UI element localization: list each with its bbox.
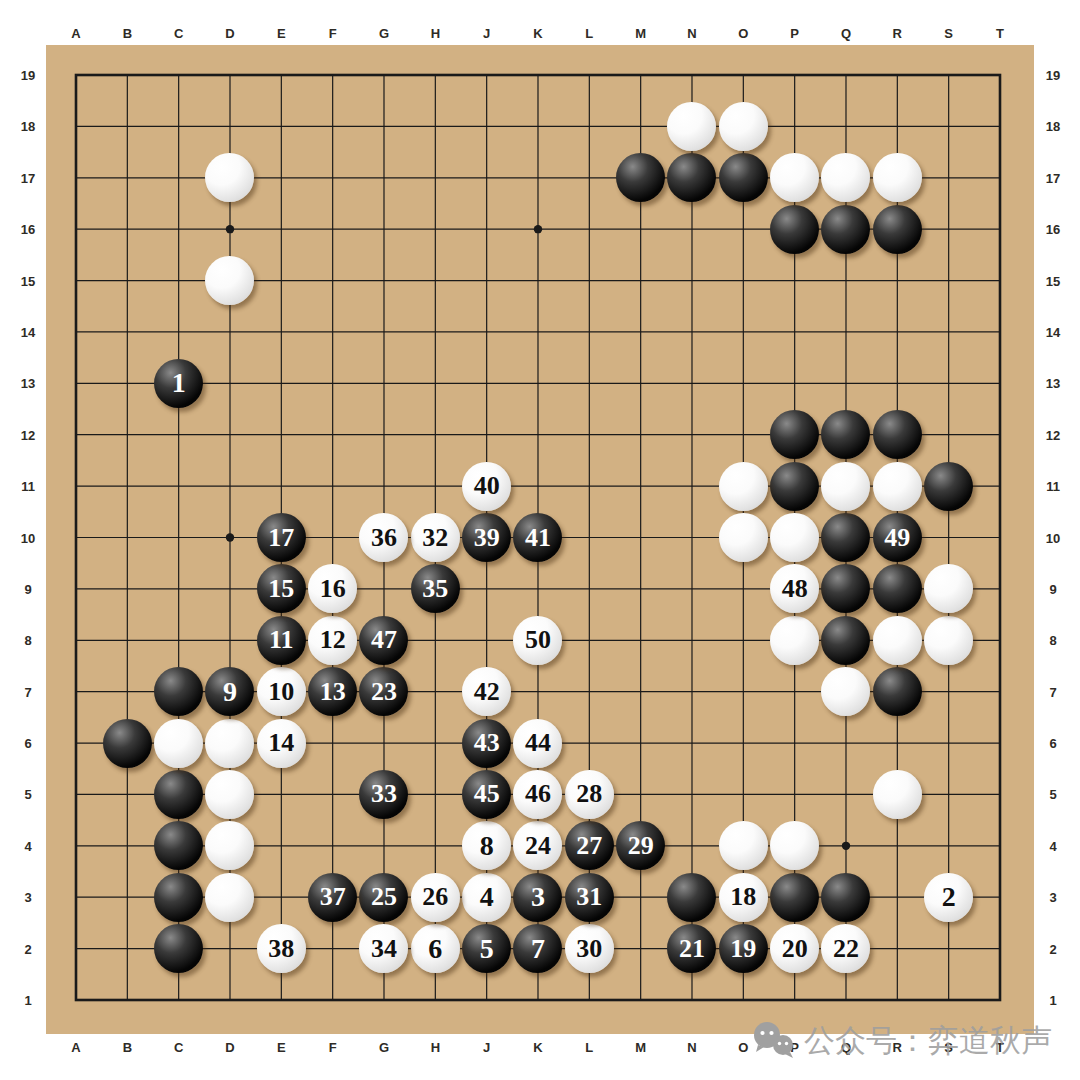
stone-J5-move-45: 45 <box>462 770 511 819</box>
col-label-top-N: N <box>687 26 696 41</box>
stone-C7 <box>154 667 203 716</box>
row-label-right-18: 18 <box>1046 119 1060 134</box>
col-label-bottom-C: C <box>174 1040 183 1055</box>
col-label-bottom-G: G <box>379 1040 389 1055</box>
move-number: 4 <box>480 883 494 911</box>
move-number: 42 <box>474 679 500 705</box>
stone-N18 <box>667 102 716 151</box>
stone-C5 <box>154 770 203 819</box>
col-label-top-B: B <box>123 26 132 41</box>
move-number: 24 <box>525 833 551 859</box>
move-number: 43 <box>474 730 500 756</box>
move-number: 16 <box>320 576 346 602</box>
stone-P11 <box>770 462 819 511</box>
move-number: 32 <box>422 525 448 551</box>
stone-L3-move-31: 31 <box>565 873 614 922</box>
col-label-top-P: P <box>790 26 799 41</box>
move-number: 34 <box>371 936 397 962</box>
col-label-top-T: T <box>996 26 1004 41</box>
col-label-bottom-M: M <box>635 1040 646 1055</box>
move-number: 47 <box>371 627 397 653</box>
col-label-top-M: M <box>635 26 646 41</box>
row-label-right-16: 16 <box>1046 222 1060 237</box>
move-number: 8 <box>480 832 494 860</box>
move-number: 9 <box>223 678 237 706</box>
wechat-chat-bubbles-icon <box>752 1021 796 1061</box>
row-label-left-8: 8 <box>24 633 31 648</box>
move-number: 14 <box>268 730 294 756</box>
stone-P3 <box>770 873 819 922</box>
stone-L5-move-28: 28 <box>565 770 614 819</box>
col-label-bottom-J: J <box>483 1040 490 1055</box>
move-number: 39 <box>474 525 500 551</box>
row-label-left-12: 12 <box>21 427 35 442</box>
row-label-right-5: 5 <box>1049 787 1056 802</box>
stone-R17 <box>873 153 922 202</box>
stone-E7-move-10: 10 <box>257 667 306 716</box>
stone-B6 <box>103 719 152 768</box>
stone-J10-move-39: 39 <box>462 513 511 562</box>
col-label-top-H: H <box>431 26 440 41</box>
row-label-left-7: 7 <box>24 684 31 699</box>
col-label-top-D: D <box>225 26 234 41</box>
col-label-bottom-A: A <box>71 1040 80 1055</box>
move-number: 37 <box>320 884 346 910</box>
row-label-right-11: 11 <box>1046 479 1060 494</box>
row-label-left-19: 19 <box>21 68 35 83</box>
stone-K3-move-3: 3 <box>513 873 562 922</box>
row-label-right-8: 8 <box>1049 633 1056 648</box>
stone-J11-move-40: 40 <box>462 462 511 511</box>
stone-R7 <box>873 667 922 716</box>
move-number: 22 <box>833 936 859 962</box>
col-label-bottom-K: K <box>533 1040 542 1055</box>
col-label-bottom-L: L <box>585 1040 593 1055</box>
stone-C6 <box>154 719 203 768</box>
row-label-left-17: 17 <box>21 170 35 185</box>
watermark: 公众号：弈道秋声 <box>752 1020 1052 1062</box>
move-number: 33 <box>371 781 397 807</box>
col-label-top-F: F <box>329 26 337 41</box>
stone-H9-move-35: 35 <box>411 564 460 613</box>
col-label-top-O: O <box>738 26 748 41</box>
stone-O3-move-18: 18 <box>719 873 768 922</box>
stone-K6-move-44: 44 <box>513 719 562 768</box>
stone-N3 <box>667 873 716 922</box>
col-label-bottom-N: N <box>687 1040 696 1055</box>
stone-E6-move-14: 14 <box>257 719 306 768</box>
move-number: 26 <box>422 884 448 910</box>
row-label-left-3: 3 <box>24 890 31 905</box>
move-number: 40 <box>474 473 500 499</box>
row-label-right-17: 17 <box>1046 170 1060 185</box>
stone-Q3 <box>821 873 870 922</box>
row-label-right-19: 19 <box>1046 68 1060 83</box>
move-number: 19 <box>730 936 756 962</box>
row-label-right-9: 9 <box>1049 581 1056 596</box>
move-number: 1 <box>172 369 186 397</box>
row-label-left-9: 9 <box>24 581 31 596</box>
stone-O4 <box>719 821 768 870</box>
col-label-top-J: J <box>483 26 490 41</box>
move-number: 46 <box>525 781 551 807</box>
row-label-right-1: 1 <box>1049 993 1056 1008</box>
col-label-top-E: E <box>277 26 286 41</box>
stone-C2 <box>154 924 203 973</box>
row-label-left-4: 4 <box>24 838 31 853</box>
row-label-left-5: 5 <box>24 787 31 802</box>
move-number: 35 <box>422 576 448 602</box>
move-number: 18 <box>730 884 756 910</box>
stone-R16 <box>873 205 922 254</box>
stone-P10 <box>770 513 819 562</box>
col-label-top-G: G <box>379 26 389 41</box>
row-label-right-3: 3 <box>1049 890 1056 905</box>
stone-P2-move-20: 20 <box>770 924 819 973</box>
stone-C13-move-1: 1 <box>154 359 203 408</box>
row-label-right-4: 4 <box>1049 838 1056 853</box>
stone-J6-move-43: 43 <box>462 719 511 768</box>
row-label-right-15: 15 <box>1046 273 1060 288</box>
stone-F3-move-37: 37 <box>308 873 357 922</box>
row-label-left-10: 10 <box>21 530 35 545</box>
move-number: 15 <box>268 576 294 602</box>
stone-D3 <box>205 873 254 922</box>
stone-J7-move-42: 42 <box>462 667 511 716</box>
stone-Q8 <box>821 616 870 665</box>
stone-L2-move-30: 30 <box>565 924 614 973</box>
move-number: 6 <box>428 935 442 963</box>
stone-S3-move-2: 2 <box>924 873 973 922</box>
row-label-left-11: 11 <box>21 479 35 494</box>
col-label-bottom-H: H <box>431 1040 440 1055</box>
col-label-bottom-E: E <box>277 1040 286 1055</box>
stone-D6 <box>205 719 254 768</box>
row-label-right-7: 7 <box>1049 684 1056 699</box>
stone-F7-move-13: 13 <box>308 667 357 716</box>
move-number: 13 <box>320 679 346 705</box>
watermark-text: 公众号：弈道秋声 <box>804 1020 1052 1062</box>
move-number: 29 <box>628 833 654 859</box>
stone-P8 <box>770 616 819 665</box>
move-number: 11 <box>269 627 294 653</box>
col-label-top-R: R <box>893 26 902 41</box>
row-label-left-13: 13 <box>21 376 35 391</box>
move-number: 25 <box>371 884 397 910</box>
stone-E8-move-11: 11 <box>257 616 306 665</box>
stone-Q16 <box>821 205 870 254</box>
move-number: 31 <box>576 884 602 910</box>
row-label-left-16: 16 <box>21 222 35 237</box>
col-label-top-K: K <box>533 26 542 41</box>
stone-G3-move-25: 25 <box>359 873 408 922</box>
move-number: 21 <box>679 936 705 962</box>
stone-R9 <box>873 564 922 613</box>
col-label-top-Q: Q <box>841 26 851 41</box>
move-number: 3 <box>531 883 545 911</box>
row-label-right-2: 2 <box>1049 941 1056 956</box>
stone-G8-move-47: 47 <box>359 616 408 665</box>
stone-L4-move-27: 27 <box>565 821 614 870</box>
move-number: 49 <box>884 525 910 551</box>
stone-J2-move-5: 5 <box>462 924 511 973</box>
move-number: 23 <box>371 679 397 705</box>
row-label-left-1: 1 <box>24 993 31 1008</box>
move-number: 44 <box>525 730 551 756</box>
col-label-bottom-D: D <box>225 1040 234 1055</box>
move-number: 45 <box>474 781 500 807</box>
move-number: 30 <box>576 936 602 962</box>
col-label-bottom-F: F <box>329 1040 337 1055</box>
row-label-left-18: 18 <box>21 119 35 134</box>
move-number: 41 <box>525 525 551 551</box>
stone-R11 <box>873 462 922 511</box>
move-number: 28 <box>576 781 602 807</box>
move-number: 5 <box>480 935 494 963</box>
move-number: 36 <box>371 525 397 551</box>
stone-K8-move-50: 50 <box>513 616 562 665</box>
stone-H10-move-32: 32 <box>411 513 460 562</box>
stone-S11 <box>924 462 973 511</box>
stone-R10-move-49: 49 <box>873 513 922 562</box>
stone-J3-move-4: 4 <box>462 873 511 922</box>
row-label-right-13: 13 <box>1046 376 1060 391</box>
stone-R12 <box>873 410 922 459</box>
stone-O11 <box>719 462 768 511</box>
row-label-right-12: 12 <box>1046 427 1060 442</box>
stone-E2-move-38: 38 <box>257 924 306 973</box>
move-number: 7 <box>531 935 545 963</box>
row-label-left-6: 6 <box>24 736 31 751</box>
stone-R8 <box>873 616 922 665</box>
stone-R5 <box>873 770 922 819</box>
col-label-bottom-B: B <box>123 1040 132 1055</box>
row-label-left-2: 2 <box>24 941 31 956</box>
col-label-top-L: L <box>585 26 593 41</box>
move-number: 17 <box>268 525 294 551</box>
row-label-right-14: 14 <box>1046 324 1060 339</box>
move-number: 38 <box>268 936 294 962</box>
move-number: 20 <box>782 936 808 962</box>
move-number: 10 <box>268 679 294 705</box>
stone-O17 <box>719 153 768 202</box>
move-number: 27 <box>576 833 602 859</box>
move-number: 12 <box>320 627 346 653</box>
stone-P16 <box>770 205 819 254</box>
col-label-top-A: A <box>71 26 80 41</box>
move-number: 2 <box>942 883 956 911</box>
move-number: 48 <box>782 576 808 602</box>
stone-E9-move-15: 15 <box>257 564 306 613</box>
stone-S8 <box>924 616 973 665</box>
stone-O10 <box>719 513 768 562</box>
stone-O2-move-19: 19 <box>719 924 768 973</box>
stone-O18 <box>719 102 768 151</box>
row-label-left-15: 15 <box>21 273 35 288</box>
row-label-right-6: 6 <box>1049 736 1056 751</box>
stone-E10-move-17: 17 <box>257 513 306 562</box>
stone-F8-move-12: 12 <box>308 616 357 665</box>
col-label-bottom-O: O <box>738 1040 748 1055</box>
col-label-top-C: C <box>174 26 183 41</box>
go-diagram-page: AABBCCDDEEFFGGHHJJKKLLMMNNOOPPQQRRSSTT19… <box>0 0 1080 1080</box>
stone-C3 <box>154 873 203 922</box>
col-label-top-S: S <box>944 26 953 41</box>
stone-H3-move-26: 26 <box>411 873 460 922</box>
stone-Q11 <box>821 462 870 511</box>
row-label-right-10: 10 <box>1046 530 1060 545</box>
move-number: 50 <box>525 627 551 653</box>
row-label-left-14: 14 <box>21 324 35 339</box>
stone-H2-move-6: 6 <box>411 924 460 973</box>
